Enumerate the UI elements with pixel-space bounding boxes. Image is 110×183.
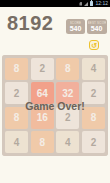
vibrate-icon [79,2,82,6]
restart-button[interactable]: ↺ [89,40,99,50]
game-over-overlay: Game Over! [2,55,108,156]
score-box: SCORE 540 [66,19,85,34]
battery-icon [90,1,93,6]
signal-icon [84,2,88,6]
status-bar: 12:12 [0,0,110,7]
best-score-box: BEST SCORE 540 [87,19,107,34]
score-value: 540 [70,25,82,33]
status-time: 12:12 [95,0,108,7]
page-title: 8192 [7,12,54,35]
app-screen: 12:12 8192 SCORE 540 BEST SCORE 540 ↺ 82… [0,0,110,183]
game-over-message: Game Over! [25,100,85,112]
restart-icon: ↺ [91,42,97,49]
best-score-value: 540 [91,25,103,33]
